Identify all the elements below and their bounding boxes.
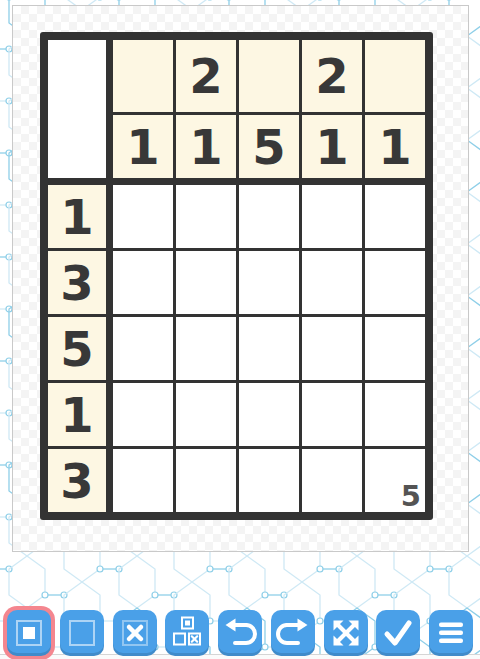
grid-cell[interactable] [365, 251, 425, 314]
grid-cell[interactable] [365, 383, 425, 446]
col-clue-cell: 2 [176, 40, 236, 112]
col-clue-cell: 1 [113, 115, 173, 178]
filled-square-icon [7, 610, 51, 656]
col-clue-cell: 2 [302, 40, 362, 112]
grid-cell[interactable] [176, 383, 236, 446]
hamburger-icon [429, 610, 473, 656]
fullscreen-button[interactable] [324, 610, 368, 656]
row-clue-cell: 3 [48, 449, 106, 512]
row-clue-cell: 3 [48, 251, 106, 314]
col-clue-cell: 1 [302, 115, 362, 178]
row-clue-cell: 1 [48, 185, 106, 248]
row-clue-cell: 1 [48, 383, 106, 446]
redo-button[interactable] [271, 610, 315, 656]
undo-button[interactable] [218, 610, 262, 656]
grid-cell[interactable] [113, 317, 173, 380]
grid-cell[interactable] [302, 251, 362, 314]
col-clue-cell: 1 [176, 115, 236, 178]
toolbar [0, 610, 480, 656]
col-clue-cell [365, 40, 425, 112]
app-screen: 1215211135135 [0, 0, 480, 659]
redo-arrow-icon [271, 610, 315, 656]
row-clue-cell: 5 [48, 317, 106, 380]
grid-cell[interactable] [113, 185, 173, 248]
puzzle-panel: 1215211135135 [12, 5, 469, 552]
grid-cell[interactable] [113, 251, 173, 314]
grid-cell[interactable] [239, 383, 299, 446]
col-clue-cell: 5 [239, 115, 299, 178]
x-square-icon [113, 610, 157, 656]
undo-arrow-icon [218, 610, 262, 656]
nonogram-board: 1215211135135 [40, 32, 433, 520]
col-clue-cell [239, 40, 299, 112]
col-clue-cell: 1 [365, 115, 425, 178]
grid-cell[interactable] [365, 185, 425, 248]
grid-cell[interactable] [302, 449, 362, 512]
grid-cell[interactable] [113, 449, 173, 512]
grid-cell[interactable] [239, 185, 299, 248]
auto-mark-squares-icon [165, 610, 209, 656]
grid-cell[interactable] [302, 185, 362, 248]
grid-cell[interactable] [176, 185, 236, 248]
cross-tool-button[interactable] [113, 610, 157, 656]
empty-square-icon [60, 610, 104, 656]
checkmark-icon [376, 610, 420, 656]
grid-cell[interactable] [302, 383, 362, 446]
empty-tool-button[interactable] [60, 610, 104, 656]
mark-remaining-tool-button[interactable] [165, 610, 209, 656]
grid-cell[interactable] [239, 449, 299, 512]
grid-cell[interactable] [302, 317, 362, 380]
grid-cell[interactable] [176, 449, 236, 512]
grid-cell[interactable] [365, 317, 425, 380]
grid-cell[interactable] [176, 251, 236, 314]
grid-cell[interactable]: 5 [365, 449, 425, 512]
cell-hint-counter: 5 [401, 482, 421, 511]
check-button[interactable] [376, 610, 420, 656]
clue-corner-cell [48, 40, 106, 178]
menu-button[interactable] [429, 610, 473, 656]
fill-tool-button[interactable] [7, 610, 51, 656]
grid-cell[interactable] [176, 317, 236, 380]
expand-arrows-icon [324, 610, 368, 656]
grid-cell[interactable] [113, 383, 173, 446]
grid-cell[interactable] [239, 317, 299, 380]
grid-cell[interactable] [239, 251, 299, 314]
col-clue-cell [113, 40, 173, 112]
